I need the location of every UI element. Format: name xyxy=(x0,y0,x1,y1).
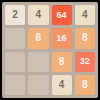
tile-8: 8 xyxy=(75,28,95,48)
tile-4: 4 xyxy=(75,5,95,25)
empty-cell xyxy=(28,75,48,95)
empty-cell xyxy=(5,28,25,48)
tile-4: 4 xyxy=(28,5,48,25)
game-frame: 24644816883248 xyxy=(0,0,100,100)
tile-16: 16 xyxy=(52,28,72,48)
tile-8: 8 xyxy=(75,75,95,95)
empty-cell xyxy=(28,52,48,72)
tile-32: 32 xyxy=(75,52,95,72)
tile-64: 64 xyxy=(52,5,72,25)
empty-cell xyxy=(5,52,25,72)
board-grid[interactable]: 24644816883248 xyxy=(2,2,98,98)
tile-4: 4 xyxy=(52,75,72,95)
tile-8: 8 xyxy=(52,52,72,72)
empty-cell xyxy=(5,75,25,95)
tile-8: 8 xyxy=(28,28,48,48)
tile-2: 2 xyxy=(5,5,25,25)
